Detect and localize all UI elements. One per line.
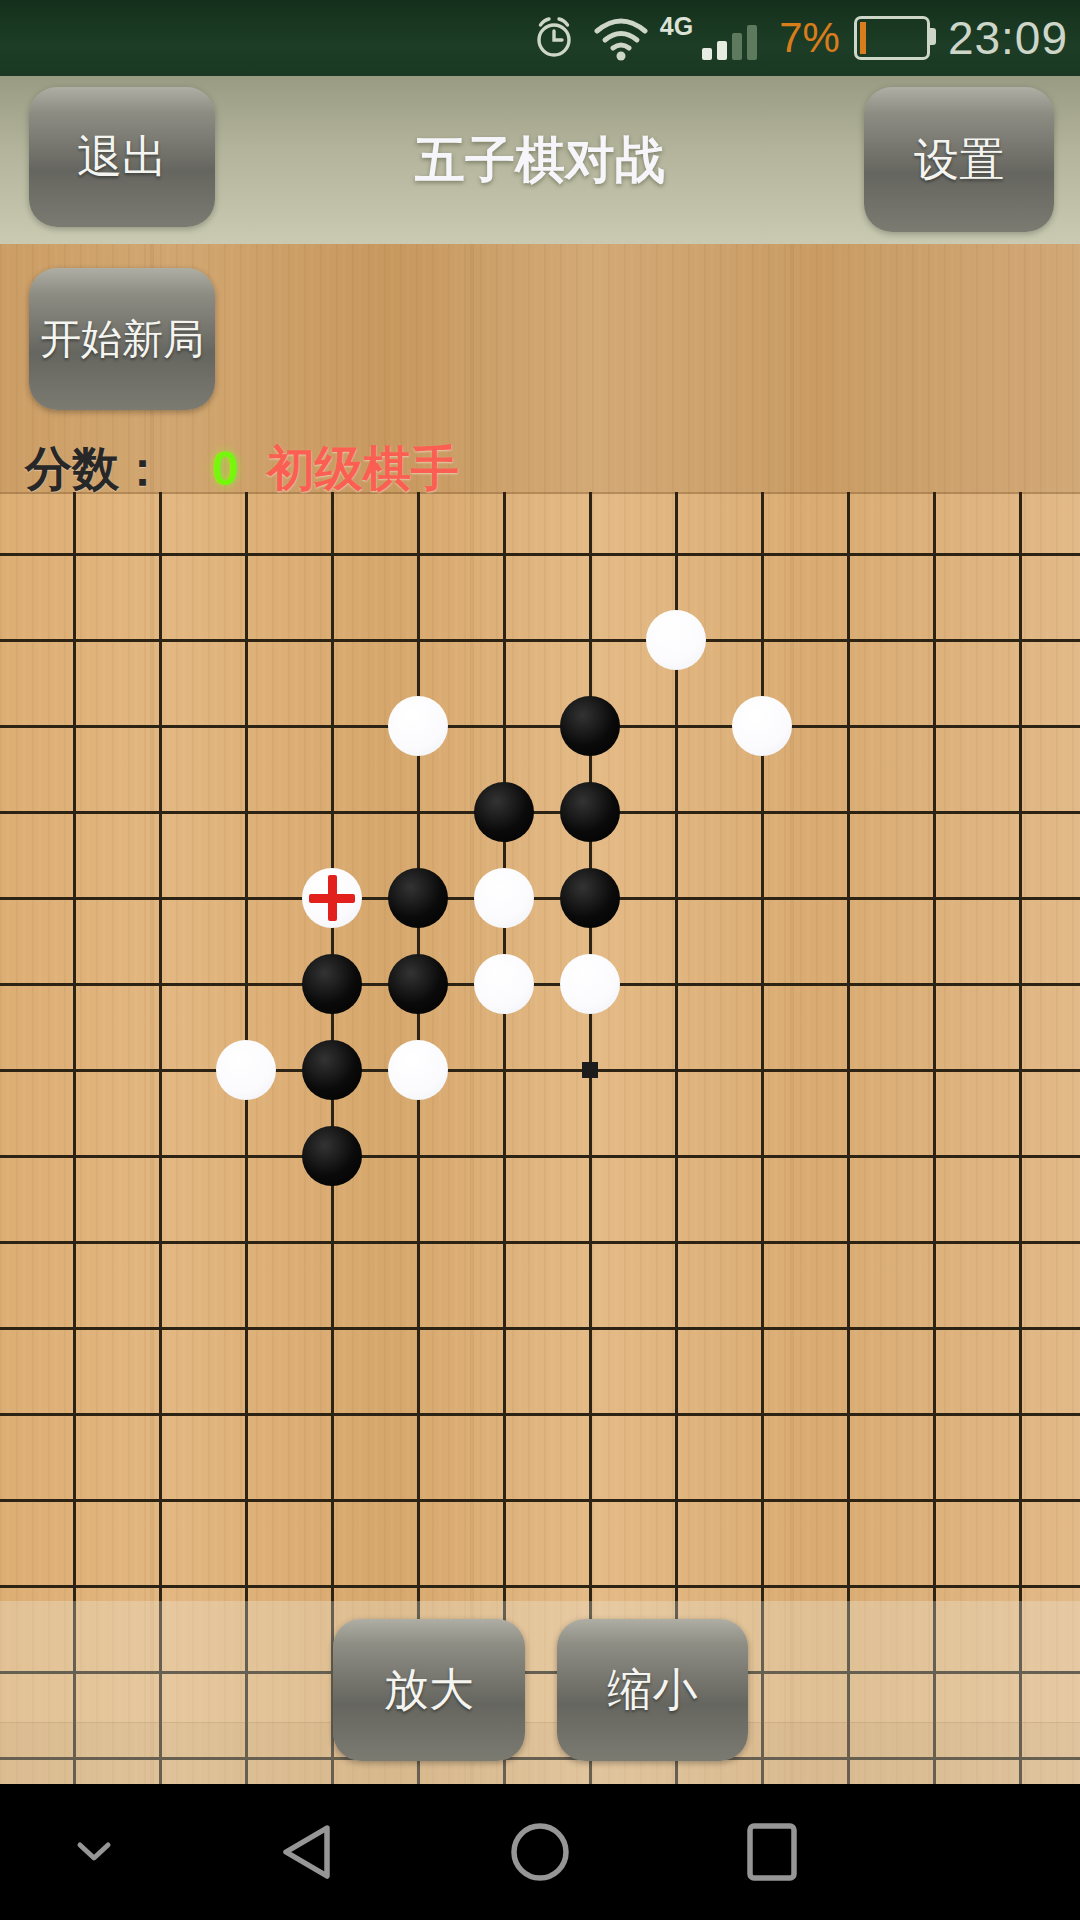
stone-black[interactable] <box>388 954 448 1014</box>
board-vline <box>503 492 506 1784</box>
stone-black[interactable] <box>560 868 620 928</box>
board-hline <box>0 1327 1080 1330</box>
board-hline <box>0 725 1080 728</box>
board-hline <box>0 1585 1080 1588</box>
board-hline <box>0 811 1080 814</box>
stone-black[interactable] <box>302 954 362 1014</box>
signal-bar <box>732 33 742 60</box>
signal-bar <box>702 48 712 60</box>
network-type-label: 4G <box>660 12 693 41</box>
alarm-icon <box>532 15 576 61</box>
exit-button[interactable]: 退出 <box>29 87 215 227</box>
status-bar: 4G 7% 23:09 <box>0 0 1080 76</box>
stone-white[interactable] <box>560 954 620 1014</box>
stone-black[interactable] <box>560 782 620 842</box>
recents-icon[interactable] <box>740 1784 804 1920</box>
battery-icon <box>854 16 930 60</box>
zoom-out-button[interactable]: 缩小 <box>557 1619 748 1761</box>
android-nav-bar <box>0 1784 1080 1920</box>
board-vline <box>245 492 248 1784</box>
gomoku-app-screen: { "game": "gomoku (五子棋 / five-in-a-row),… <box>0 0 1080 1920</box>
wood-background: 开始新局 分数： 0 初级棋手 <box>0 244 1080 1784</box>
board-hline <box>0 1499 1080 1502</box>
board-hline <box>0 1155 1080 1158</box>
rank-label: 初级棋手 <box>267 437 459 501</box>
board-hline <box>0 897 1080 900</box>
star-point <box>582 1062 598 1078</box>
stone-white[interactable] <box>474 868 534 928</box>
stone-black[interactable] <box>302 1126 362 1186</box>
board-hline <box>0 983 1080 986</box>
board-vline <box>1019 492 1022 1784</box>
stone-white[interactable] <box>474 954 534 1014</box>
home-icon[interactable] <box>504 1784 576 1920</box>
battery-fill <box>860 22 866 54</box>
stone-black[interactable] <box>302 1040 362 1100</box>
board-vline <box>417 492 420 1784</box>
wifi-icon <box>592 15 650 61</box>
stone-white[interactable] <box>216 1040 276 1100</box>
settings-button[interactable]: 设置 <box>864 87 1054 232</box>
board-hline <box>0 1241 1080 1244</box>
board-vline <box>159 492 162 1784</box>
board-vline <box>761 492 764 1784</box>
stone-black[interactable] <box>560 696 620 756</box>
last-move-marker <box>309 875 355 921</box>
signal-bars-icon <box>697 24 757 60</box>
stone-black[interactable] <box>474 782 534 842</box>
board-hline <box>0 553 1080 556</box>
stone-white[interactable] <box>732 696 792 756</box>
zoom-in-button[interactable]: 放大 <box>333 1619 525 1761</box>
board-vline <box>73 492 76 1784</box>
stone-white[interactable] <box>646 610 706 670</box>
new-game-button[interactable]: 开始新局 <box>29 268 215 410</box>
chevron-down-icon[interactable] <box>64 1784 124 1920</box>
board-hline <box>0 1069 1080 1072</box>
board-vline <box>933 492 936 1784</box>
score-bar: 分数： 0 初级棋手 <box>25 437 459 501</box>
status-time: 23:09 <box>948 11 1068 65</box>
zoom-panel-overlay <box>0 1601 1080 1784</box>
board-hline <box>0 1413 1080 1416</box>
score-value: 0 <box>212 441 239 496</box>
stone-black[interactable] <box>388 868 448 928</box>
battery-percent-label: 7% <box>779 14 840 62</box>
header-bar: 五子棋对战 退出 设置 <box>0 76 1080 246</box>
board-vline <box>589 492 592 1784</box>
board-vline <box>675 492 678 1784</box>
signal-bar <box>747 25 757 60</box>
board-hline <box>0 639 1080 642</box>
battery-nub <box>930 28 936 45</box>
stone-white[interactable] <box>388 1040 448 1100</box>
stone-white[interactable] <box>388 696 448 756</box>
score-label: 分数： <box>25 438 166 501</box>
board-vline <box>847 492 850 1784</box>
back-icon[interactable] <box>270 1784 342 1920</box>
signal-bar <box>717 41 727 60</box>
